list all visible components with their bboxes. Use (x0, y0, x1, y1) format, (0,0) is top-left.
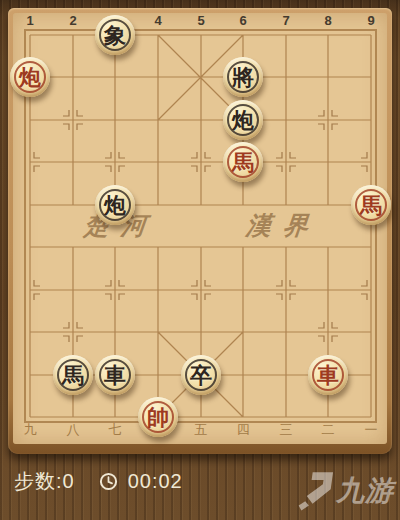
piece-red-chariot[interactable]: 車 (308, 355, 348, 395)
piece-glyph: 車 (317, 364, 339, 386)
status-bar: 步数:0 00:02 (14, 468, 183, 494)
piece-glyph: 車 (104, 364, 126, 386)
piece-glyph: 象 (104, 24, 126, 46)
watermark: 九游 (299, 470, 394, 512)
piece-black-elephant[interactable]: 象 (95, 15, 135, 55)
piece-red-horse[interactable]: 馬 (223, 142, 263, 182)
piece-glyph: 炮 (104, 194, 126, 216)
piece-glyph: 炮 (232, 109, 254, 131)
timer-value: 00:02 (128, 470, 183, 493)
piece-glyph: 帥 (147, 406, 169, 428)
move-counter: 步数:0 (14, 468, 75, 495)
piece-black-cannon[interactable]: 炮 (95, 185, 135, 225)
piece-black-chariot[interactable]: 車 (95, 355, 135, 395)
piece-red-cannon[interactable]: 炮 (10, 57, 50, 97)
piece-glyph: 卒 (190, 364, 212, 386)
piece-glyph: 將 (232, 66, 254, 88)
xiangqi-app-screen: 123456789 九八七六五四三二一 楚河 漢界 象炮將炮馬炮馬馬車卒車帥 步… (0, 0, 400, 520)
piece-black-horse[interactable]: 馬 (53, 355, 93, 395)
piece-glyph: 馬 (232, 151, 254, 173)
piece-black-soldier[interactable]: 卒 (181, 355, 221, 395)
clock-icon (99, 472, 118, 491)
piece-red-general[interactable]: 帥 (138, 397, 178, 437)
watermark-text: 九游 (336, 472, 394, 510)
piece-glyph: 炮 (19, 66, 41, 88)
piece-black-general[interactable]: 將 (223, 57, 263, 97)
piece-red-horse[interactable]: 馬 (351, 185, 391, 225)
jiuyou-logo-icon (296, 470, 336, 512)
piece-glyph: 馬 (62, 364, 84, 386)
piece-black-cannon[interactable]: 炮 (223, 100, 263, 140)
piece-glyph: 馬 (360, 194, 382, 216)
